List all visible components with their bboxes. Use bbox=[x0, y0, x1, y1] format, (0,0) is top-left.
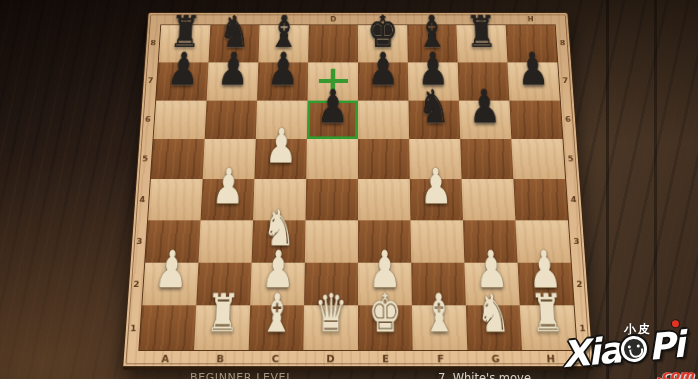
board-grid: ♜♞♝♚♝♜♟♟♟♟♟♟♟♞♟♟♟♟♞♟♟♟♟♟♜♝♛♚♝♞♜ bbox=[138, 24, 577, 351]
square-b6[interactable] bbox=[205, 100, 257, 139]
square-e1[interactable]: ♚ bbox=[358, 306, 413, 350]
file-label-bottom-g: G bbox=[468, 352, 524, 366]
black-pawn[interactable]: ♟ bbox=[156, 41, 209, 95]
square-d6[interactable]: ♟ bbox=[307, 100, 358, 139]
black-knight[interactable]: ♞ bbox=[408, 79, 460, 135]
square-d8[interactable] bbox=[308, 25, 358, 62]
xiaopi-logo-a: a bbox=[596, 329, 622, 372]
square-g4[interactable] bbox=[462, 179, 516, 220]
black-pawn[interactable]: ♟ bbox=[307, 79, 358, 135]
square-g6[interactable]: ♟ bbox=[459, 100, 511, 139]
move-status-text: 7. White's move bbox=[438, 371, 531, 379]
square-a5[interactable] bbox=[151, 139, 205, 179]
black-pawn[interactable]: ♟ bbox=[358, 41, 408, 95]
file-label-bottom-e: E bbox=[358, 352, 413, 366]
square-h6[interactable] bbox=[509, 100, 562, 139]
file-label-bottom-a: A bbox=[137, 352, 193, 366]
square-h4[interactable] bbox=[513, 179, 568, 220]
square-e7[interactable]: ♟ bbox=[358, 62, 408, 100]
black-pawn[interactable]: ♟ bbox=[506, 41, 559, 95]
square-b3[interactable] bbox=[198, 220, 253, 262]
black-pawn[interactable]: ♟ bbox=[257, 41, 308, 95]
white-bishop[interactable]: ♝ bbox=[249, 281, 305, 345]
white-queen[interactable]: ♛ bbox=[303, 281, 358, 345]
square-a1[interactable] bbox=[139, 306, 196, 350]
square-g8[interactable]: ♜ bbox=[456, 25, 507, 62]
file-label-bottom-b: B bbox=[192, 352, 248, 366]
white-pawn[interactable]: ♟ bbox=[143, 239, 200, 301]
white-pawn[interactable]: ♟ bbox=[409, 157, 462, 216]
black-pawn[interactable]: ♟ bbox=[458, 79, 511, 135]
square-f6[interactable]: ♞ bbox=[408, 100, 460, 139]
square-d3[interactable] bbox=[305, 220, 358, 262]
white-pawn[interactable]: ♟ bbox=[255, 117, 308, 174]
file-label-top-h: H bbox=[506, 14, 556, 25]
square-e5[interactable] bbox=[358, 139, 410, 179]
white-king[interactable]: ♚ bbox=[358, 281, 413, 345]
square-d1[interactable]: ♛ bbox=[303, 306, 358, 350]
chess-board: ABCDEFGH ABCDEFGH 87654321 87654321 ♜♞♝♚… bbox=[122, 12, 594, 370]
square-a7[interactable]: ♟ bbox=[156, 62, 208, 100]
white-rook[interactable]: ♜ bbox=[194, 281, 251, 345]
xiaopi-domain-text: .com bbox=[656, 367, 694, 379]
xiaopi-watermark: 小皮 XiaPi .com bbox=[564, 293, 698, 379]
square-c7[interactable]: ♟ bbox=[257, 62, 308, 100]
white-bishop[interactable]: ♝ bbox=[412, 281, 468, 345]
square-g5[interactable] bbox=[460, 139, 513, 179]
white-knight[interactable]: ♞ bbox=[465, 281, 522, 345]
white-pawn[interactable]: ♟ bbox=[201, 157, 255, 216]
square-h5[interactable] bbox=[511, 139, 565, 179]
square-e6[interactable] bbox=[358, 100, 409, 139]
square-a6[interactable] bbox=[154, 100, 207, 139]
black-pawn[interactable]: ♟ bbox=[207, 41, 259, 95]
square-h7[interactable]: ♟ bbox=[507, 62, 559, 100]
square-g1[interactable]: ♞ bbox=[466, 306, 522, 350]
square-e4[interactable] bbox=[358, 179, 410, 220]
square-a4[interactable] bbox=[148, 179, 203, 220]
square-a2[interactable]: ♟ bbox=[142, 262, 198, 305]
app-screen: { "game": "chess", "app": { "name_hint":… bbox=[0, 0, 698, 379]
square-d5[interactable] bbox=[306, 139, 358, 179]
square-d4[interactable] bbox=[306, 179, 358, 220]
difficulty-label: BEGINNER LEVEL bbox=[190, 371, 293, 379]
file-labels-bottom: ABCDEFGH bbox=[137, 352, 578, 366]
file-label-bottom-c: C bbox=[248, 352, 303, 366]
file-label-bottom-f: F bbox=[413, 352, 468, 366]
file-label-top-d: D bbox=[309, 14, 358, 25]
black-rook[interactable]: ♜ bbox=[456, 5, 508, 58]
square-c1[interactable]: ♝ bbox=[249, 306, 304, 350]
square-b1[interactable]: ♜ bbox=[194, 306, 250, 350]
square-f3[interactable] bbox=[410, 220, 464, 262]
square-f4[interactable]: ♟ bbox=[410, 179, 463, 220]
file-label-bottom-d: D bbox=[303, 352, 358, 366]
xiaopi-logo-prefix: Xi bbox=[560, 331, 600, 375]
smiley-face-icon bbox=[620, 335, 648, 363]
square-b7[interactable]: ♟ bbox=[207, 62, 259, 100]
xiaopi-logo-suffix: Pi bbox=[647, 324, 685, 368]
square-b4[interactable]: ♟ bbox=[201, 179, 255, 220]
square-f1[interactable]: ♝ bbox=[412, 306, 467, 350]
square-c5[interactable]: ♟ bbox=[254, 139, 306, 179]
